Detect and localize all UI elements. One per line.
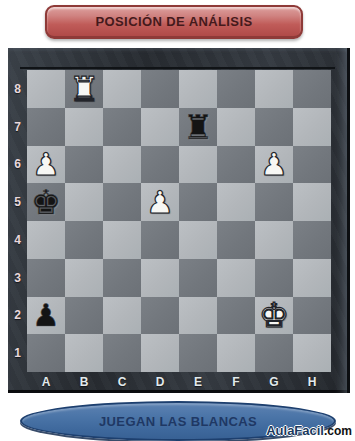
square-a6[interactable]: ♟ [27,146,65,184]
white-pawn: ♟ [146,187,174,218]
square-f7[interactable] [217,108,255,146]
file-label-e: E [179,373,217,391]
square-b3[interactable] [65,259,103,297]
white-king: ♚ [259,298,289,332]
square-c2[interactable] [103,297,141,335]
square-h3[interactable] [293,259,331,297]
square-a5[interactable]: ♚ [27,183,65,221]
square-e7[interactable]: ♜ [179,108,217,146]
square-b7[interactable] [65,108,103,146]
square-h2[interactable] [293,297,331,335]
file-label-a: A [27,373,65,391]
rank-label-1: 1 [8,334,27,372]
square-a7[interactable] [27,108,65,146]
square-f1[interactable] [217,334,255,372]
file-label-f: F [217,373,255,391]
chess-board: ♜♜♟♟♚♟♟♚ [27,70,331,372]
square-a8[interactable] [27,70,65,108]
square-d5[interactable]: ♟ [141,183,179,221]
square-c3[interactable] [103,259,141,297]
square-c4[interactable] [103,221,141,259]
square-d4[interactable] [141,221,179,259]
square-h4[interactable] [293,221,331,259]
file-label-h: H [293,373,331,391]
square-f5[interactable] [217,183,255,221]
square-b5[interactable] [65,183,103,221]
square-g3[interactable] [255,259,293,297]
page: POSICIÓN DE ANÁLISIS 87654321 ♜♜♟♟♚♟♟♚ A… [0,0,355,441]
square-a3[interactable] [27,259,65,297]
square-f3[interactable] [217,259,255,297]
rank-label-6: 6 [8,146,27,184]
square-g8[interactable] [255,70,293,108]
board-edge-line [20,67,335,69]
rank-label-3: 3 [8,259,27,297]
square-c8[interactable] [103,70,141,108]
square-c6[interactable] [103,146,141,184]
file-label-d: D [141,373,179,391]
rank-label-7: 7 [8,108,27,146]
square-g2[interactable]: ♚ [255,297,293,335]
turn-banner-label: JUEGAN LAS BLANCAS [99,414,257,429]
rank-label-8: 8 [8,70,27,108]
square-h6[interactable] [293,146,331,184]
square-b1[interactable] [65,334,103,372]
square-h1[interactable] [293,334,331,372]
square-c1[interactable] [103,334,141,372]
square-d1[interactable] [141,334,179,372]
square-g4[interactable] [255,221,293,259]
square-e5[interactable] [179,183,217,221]
square-b2[interactable] [65,297,103,335]
analysis-banner: POSICIÓN DE ANÁLISIS [45,5,303,39]
white-rook: ♜ [69,72,99,106]
square-g5[interactable] [255,183,293,221]
square-e6[interactable] [179,146,217,184]
black-rook: ♜ [183,110,213,144]
square-f6[interactable] [217,146,255,184]
square-d2[interactable] [141,297,179,335]
square-e8[interactable] [179,70,217,108]
square-d6[interactable] [141,146,179,184]
square-e4[interactable] [179,221,217,259]
square-b6[interactable] [65,146,103,184]
square-d8[interactable] [141,70,179,108]
file-label-g: G [255,373,293,391]
black-pawn: ♟ [32,300,60,331]
file-labels: ABCDEFGH [27,373,331,391]
rank-labels: 87654321 [8,70,27,372]
white-pawn: ♟ [260,149,288,180]
analysis-banner-label: POSICIÓN DE ANÁLISIS [95,14,252,29]
square-h7[interactable] [293,108,331,146]
square-g7[interactable] [255,108,293,146]
file-label-b: B [65,373,103,391]
square-h5[interactable] [293,183,331,221]
square-d3[interactable] [141,259,179,297]
brand-watermark: AulaFacil.com [266,423,352,438]
square-a2[interactable]: ♟ [27,297,65,335]
square-e1[interactable] [179,334,217,372]
white-pawn: ♟ [32,149,60,180]
square-e2[interactable] [179,297,217,335]
square-f4[interactable] [217,221,255,259]
square-f2[interactable] [217,297,255,335]
square-b4[interactable] [65,221,103,259]
rank-label-5: 5 [8,183,27,221]
square-c5[interactable] [103,183,141,221]
square-c7[interactable] [103,108,141,146]
square-d7[interactable] [141,108,179,146]
brand-name: AulaFacil [266,423,324,438]
square-f8[interactable] [217,70,255,108]
square-e3[interactable] [179,259,217,297]
rank-label-4: 4 [8,221,27,259]
square-g6[interactable]: ♟ [255,146,293,184]
brand-domain-suffix: .com [324,424,352,438]
square-a1[interactable] [27,334,65,372]
rank-label-2: 2 [8,297,27,335]
square-b8[interactable]: ♜ [65,70,103,108]
square-a4[interactable] [27,221,65,259]
square-g1[interactable] [255,334,293,372]
file-label-c: C [103,373,141,391]
square-h8[interactable] [293,70,331,108]
black-king: ♚ [31,185,61,219]
